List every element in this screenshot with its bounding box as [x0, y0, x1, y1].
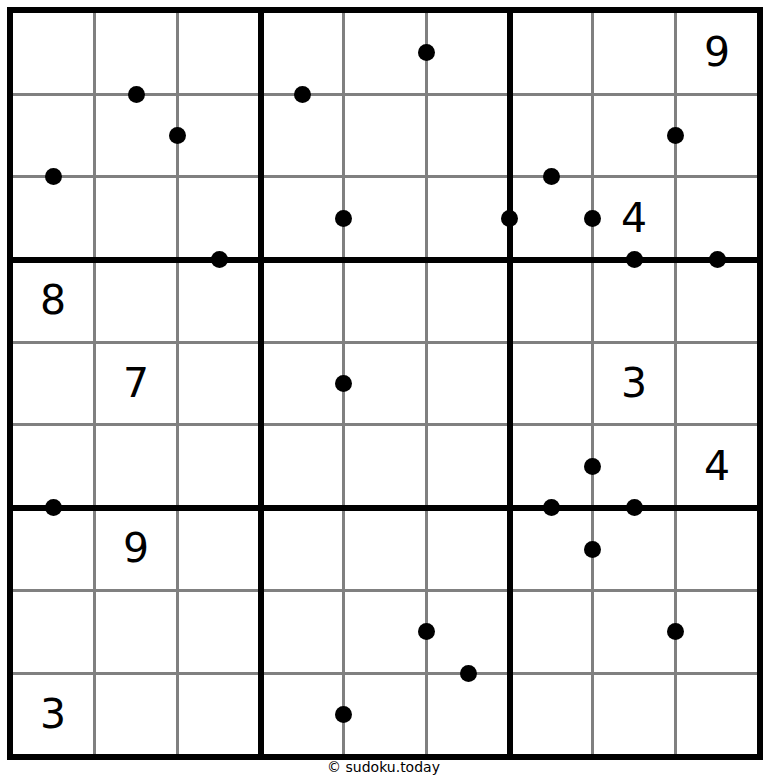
consecutive-dot-r1c4-down	[294, 86, 311, 103]
cell-r9c7[interactable]	[511, 675, 591, 755]
cell-r9c6[interactable]	[428, 675, 508, 755]
cell-r1c9: 9	[677, 13, 757, 93]
cell-r2c9[interactable]	[677, 96, 757, 176]
cell-r4c3[interactable]	[179, 261, 259, 341]
cell-r8c6[interactable]	[428, 592, 508, 672]
cell-r6c6[interactable]	[428, 426, 508, 506]
cell-r6c5[interactable]	[345, 426, 425, 506]
consecutive-dot-r6c1-down	[45, 499, 62, 516]
cell-r3c5[interactable]	[345, 178, 425, 258]
cell-r4c6[interactable]	[428, 261, 508, 341]
cell-r5c3[interactable]	[179, 344, 259, 424]
cell-r3c3[interactable]	[179, 178, 259, 258]
cell-r1c8[interactable]	[594, 13, 674, 93]
cell-r8c1[interactable]	[13, 592, 93, 672]
cell-r4c7[interactable]	[511, 261, 591, 341]
consecutive-dot-r2c7-down	[543, 168, 560, 185]
consecutive-dot-r2c2-right	[169, 127, 186, 144]
cell-r1c2[interactable]	[96, 13, 176, 93]
cell-r9c1: 3	[13, 675, 93, 755]
cell-r2c8[interactable]	[594, 96, 674, 176]
cell-r8c5[interactable]	[345, 592, 425, 672]
cell-r8c4[interactable]	[262, 592, 342, 672]
cell-r7c4[interactable]	[262, 509, 342, 589]
cell-r2c7[interactable]	[511, 96, 591, 176]
cell-r9c8[interactable]	[594, 675, 674, 755]
cell-r1c4[interactable]	[262, 13, 342, 93]
cell-r4c8[interactable]	[594, 261, 674, 341]
cell-r5c8: 3	[594, 344, 674, 424]
cell-r6c2[interactable]	[96, 426, 176, 506]
cell-r3c8: 4	[594, 178, 674, 258]
consecutive-dot-r3c8-down	[626, 251, 643, 268]
credit-text: © sudoku.today	[0, 759, 767, 775]
cell-r1c7[interactable]	[511, 13, 591, 93]
cell-r2c3[interactable]	[179, 96, 259, 176]
cell-r7c5[interactable]	[345, 509, 425, 589]
cell-r3c4[interactable]	[262, 178, 342, 258]
consecutive-dot-r3c7-right	[584, 210, 601, 227]
cell-r6c1[interactable]	[13, 426, 93, 506]
cell-r3c9[interactable]	[677, 178, 757, 258]
cell-r8c7[interactable]	[511, 592, 591, 672]
block-border-vertical-1	[258, 13, 264, 754]
cell-r9c2[interactable]	[96, 675, 176, 755]
sudoku-board: 94873493	[7, 7, 763, 760]
cell-r7c6[interactable]	[428, 509, 508, 589]
cell-r9c4[interactable]	[262, 675, 342, 755]
block-border-horizontal-2	[13, 505, 757, 511]
cell-r6c3[interactable]	[179, 426, 259, 506]
cell-r1c1[interactable]	[13, 13, 93, 93]
consecutive-dot-r6c7-down	[543, 499, 560, 516]
cell-r6c7[interactable]	[511, 426, 591, 506]
cell-r6c8[interactable]	[594, 426, 674, 506]
consecutive-dot-r9c4-right	[335, 706, 352, 723]
cell-r4c1: 8	[13, 261, 93, 341]
cell-r5c2: 7	[96, 344, 176, 424]
cell-r7c2: 9	[96, 509, 176, 589]
consecutive-dot-r2c1-down	[45, 168, 62, 185]
cell-r6c9: 4	[677, 426, 757, 506]
cell-r4c4[interactable]	[262, 261, 342, 341]
block-border-horizontal-1	[13, 257, 757, 263]
cell-r5c5[interactable]	[345, 344, 425, 424]
consecutive-dot-r6c7-right	[584, 458, 601, 475]
cell-r4c9[interactable]	[677, 261, 757, 341]
consecutive-dot-r6c8-down	[626, 499, 643, 516]
sudoku-grid: 94873493	[13, 13, 757, 754]
consecutive-dot-r5c4-right	[335, 375, 352, 392]
cell-r3c6[interactable]	[428, 178, 508, 258]
consecutive-dot-r3c6-right	[501, 210, 518, 227]
cell-r4c2[interactable]	[96, 261, 176, 341]
cell-r7c3[interactable]	[179, 509, 259, 589]
cell-r2c6[interactable]	[428, 96, 508, 176]
cell-r7c7[interactable]	[511, 509, 591, 589]
cell-r8c9[interactable]	[677, 592, 757, 672]
consecutive-dot-r7c7-right	[584, 541, 601, 558]
cell-r2c2[interactable]	[96, 96, 176, 176]
cell-r7c9[interactable]	[677, 509, 757, 589]
consecutive-dot-r3c4-right	[335, 210, 352, 227]
cell-r2c1[interactable]	[13, 96, 93, 176]
consecutive-dot-r1c2-down	[128, 86, 145, 103]
cell-r9c5[interactable]	[345, 675, 425, 755]
consecutive-dot-r3c3-down	[211, 251, 228, 268]
cell-r9c9[interactable]	[677, 675, 757, 755]
cell-r5c1[interactable]	[13, 344, 93, 424]
consecutive-dot-r3c9-down	[709, 251, 726, 268]
consecutive-dot-r8c6-down	[460, 665, 477, 682]
cell-r7c8[interactable]	[594, 509, 674, 589]
cell-r1c5[interactable]	[345, 13, 425, 93]
cell-r8c2[interactable]	[96, 592, 176, 672]
cell-r6c4[interactable]	[262, 426, 342, 506]
consecutive-dot-r2c8-right	[667, 127, 684, 144]
cell-r2c5[interactable]	[345, 96, 425, 176]
cell-r2c4[interactable]	[262, 96, 342, 176]
cell-r7c1[interactable]	[13, 509, 93, 589]
cell-r3c2[interactable]	[96, 178, 176, 258]
cell-r4c5[interactable]	[345, 261, 425, 341]
cell-r9c3[interactable]	[179, 675, 259, 755]
cell-r3c7[interactable]	[511, 178, 591, 258]
cell-r8c8[interactable]	[594, 592, 674, 672]
cell-r1c3[interactable]	[179, 13, 259, 93]
cell-r5c4[interactable]	[262, 344, 342, 424]
cell-r5c7[interactable]	[511, 344, 591, 424]
cell-r1c6[interactable]	[428, 13, 508, 93]
cell-r5c6[interactable]	[428, 344, 508, 424]
block-border-vertical-2	[507, 13, 513, 754]
cell-r8c3[interactable]	[179, 592, 259, 672]
cell-r3c1[interactable]	[13, 178, 93, 258]
cell-r5c9[interactable]	[677, 344, 757, 424]
